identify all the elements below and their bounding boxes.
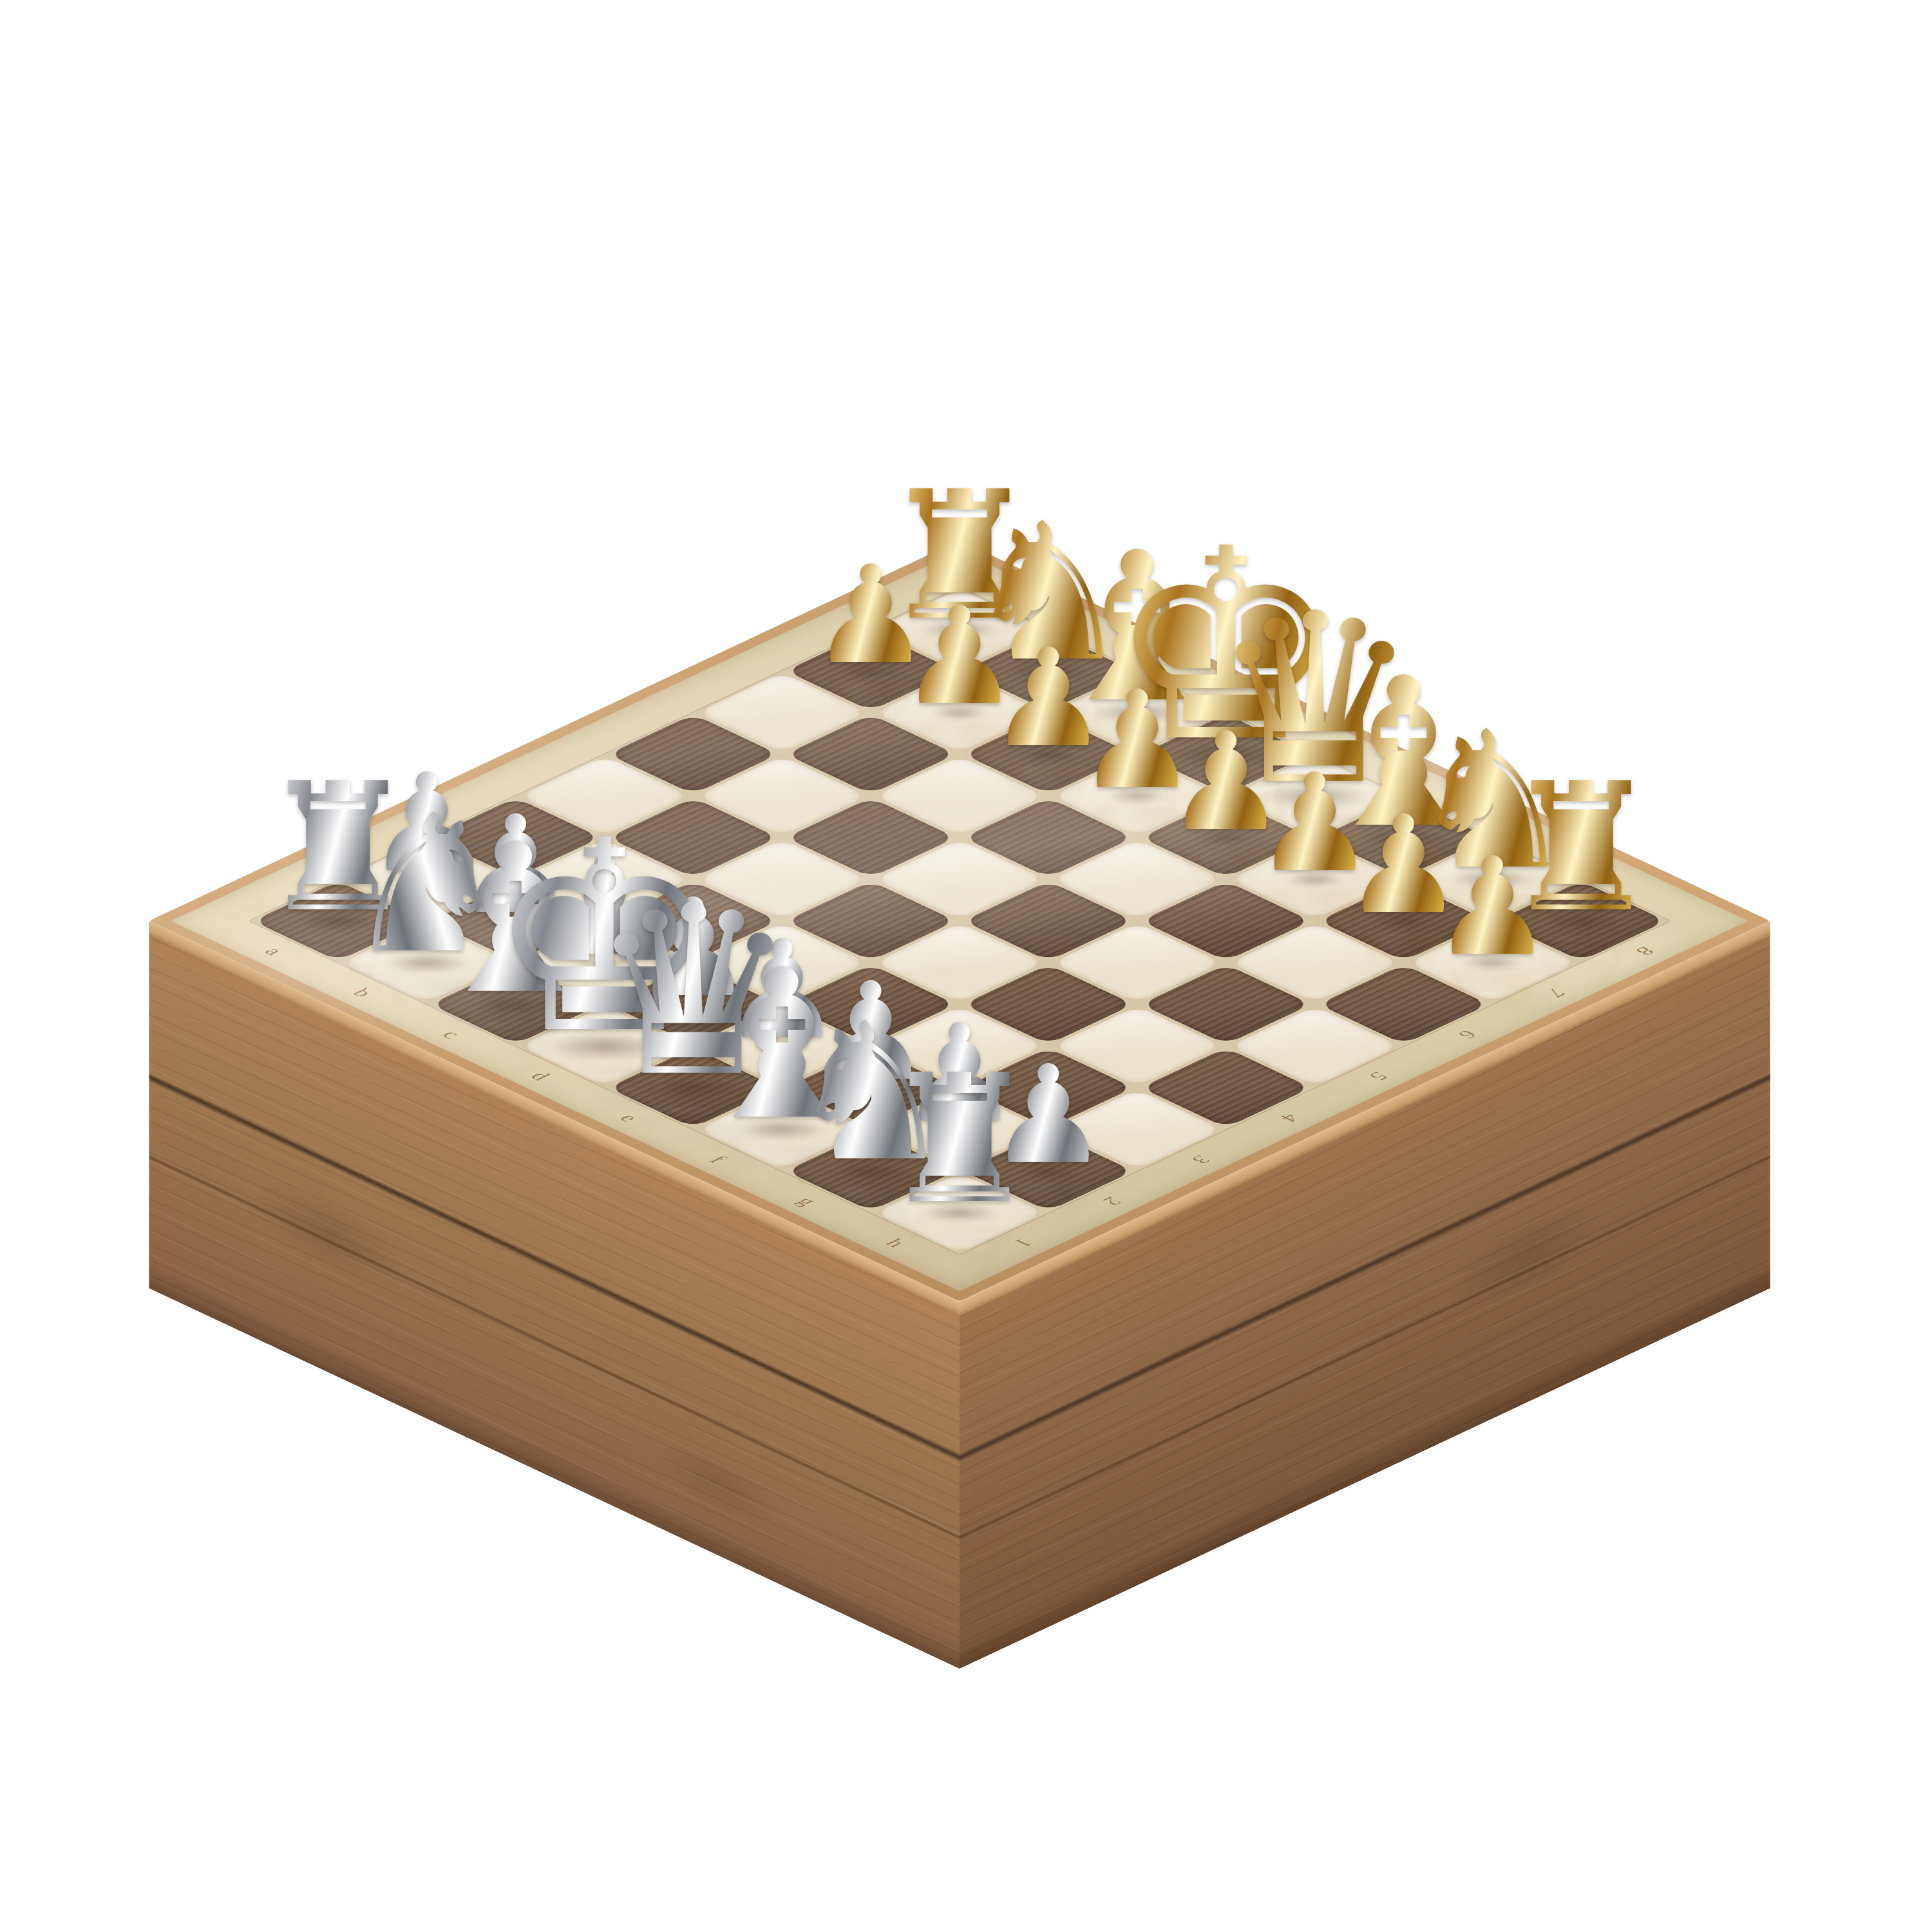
- pawn-glyph: ♟: [1432, 840, 1553, 975]
- chess-set-photo: abcdefgh 12345678 ♜♜♞♞♝♝♚♚♛♛♝♝♞♞♜♜♟♟♟♟♟♟…: [0, 0, 1932, 1932]
- pieces-layer: ♜♜♞♞♝♝♚♚♛♛♝♝♞♞♜♜♟♟♟♟♟♟♟♟♟♟♟♟♟♟♟♟♟♟♟♟♟♟♟♟…: [0, 0, 1932, 1932]
- rook-glyph: ♜: [880, 1052, 1039, 1229]
